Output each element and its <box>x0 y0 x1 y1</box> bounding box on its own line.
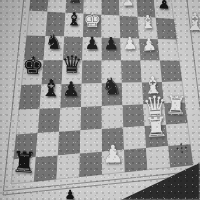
piece-white-pawn[interactable]: ♟ <box>141 36 157 54</box>
piece-black-rook[interactable]: ♜ <box>67 0 82 5</box>
board-square <box>19 85 42 110</box>
board-square <box>79 152 102 177</box>
piece-white-king[interactable]: ♚ <box>83 10 101 30</box>
board-square <box>57 154 80 180</box>
piece-black-bishop[interactable]: ♝ <box>40 77 62 101</box>
piece-white-bishop[interactable]: ♝ <box>139 13 156 32</box>
board-square <box>38 108 61 133</box>
board-square <box>58 130 81 155</box>
piece-black-queen[interactable]: ♛ <box>61 53 83 77</box>
piece-black-pawn[interactable]: ♟ <box>84 35 99 52</box>
board-square <box>80 106 101 130</box>
board-square <box>102 0 120 16</box>
board-square <box>29 0 49 12</box>
piece-white-pawn[interactable]: ♟ <box>121 0 134 8</box>
board-square <box>47 0 66 13</box>
board-square <box>121 60 142 82</box>
board-square <box>123 126 146 150</box>
board-corner-emblem: ✦ ✦✦✦ ✦ <box>175 142 189 156</box>
chess-photo-scene: (illegible) ✦ ✦✦✦ ✦ ♜♟♟♝♚♝♞♟♟♟♟♚♛♝♟♞♝♛♜♜… <box>0 0 200 200</box>
piece-black-knight[interactable]: ♞ <box>45 32 64 53</box>
piece-white-rook[interactable]: ♜ <box>144 114 169 142</box>
board-square <box>81 83 102 107</box>
board-square <box>59 107 81 132</box>
board-square <box>34 155 58 181</box>
board-square <box>82 60 102 83</box>
board-square <box>146 146 170 170</box>
piece-black-rook[interactable]: ♜ <box>10 147 37 177</box>
board-square <box>36 132 59 158</box>
piece-black-bishop[interactable]: ♝ <box>66 10 83 29</box>
board-square <box>122 82 143 105</box>
piece-white-pawn[interactable]: ♟ <box>102 142 124 167</box>
board-square <box>102 105 123 129</box>
board-square <box>124 148 147 172</box>
board-square <box>16 109 39 135</box>
offboard-piece-white-bishop[interactable]: ♝ <box>184 10 200 34</box>
offboard-piece-black-pawn[interactable]: ♟ <box>64 188 76 200</box>
piece-black-knight[interactable]: ♞ <box>101 75 122 99</box>
piece-white-pawn[interactable]: ♟ <box>122 36 138 54</box>
board-square <box>123 104 145 127</box>
piece-black-pawn[interactable]: ♟ <box>103 35 119 52</box>
piece-black-pawn[interactable]: ♟ <box>62 80 80 100</box>
piece-black-pawn[interactable]: ♟ <box>157 0 170 11</box>
board-square <box>80 129 102 154</box>
